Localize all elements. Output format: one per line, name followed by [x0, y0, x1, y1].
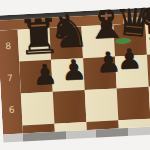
rank-label-6: 6: [1, 93, 23, 126]
piece-black-king-e8[interactable]: ♚: [136, 7, 150, 42]
piece-black-pawn-b7[interactable]: ♟: [60, 56, 87, 85]
rank-label-7: 7: [0, 61, 21, 94]
square-e7[interactable]: [147, 53, 150, 87]
square-d6[interactable]: [117, 87, 150, 121]
chess-board-photo: 8 7 6 ♜♞♝♛♚♟♟♟♟: [0, 7, 150, 146]
square-a6[interactable]: [21, 92, 55, 126]
piece-black-pawn-a7[interactable]: ♟: [32, 61, 59, 90]
piece-black-pawn-d7[interactable]: ♟: [116, 45, 143, 74]
photo-background: 8 7 6 ♜♞♝♛♚♟♟♟♟: [0, 0, 150, 150]
square-b6[interactable]: [53, 90, 87, 124]
square-c6[interactable]: [85, 88, 119, 122]
